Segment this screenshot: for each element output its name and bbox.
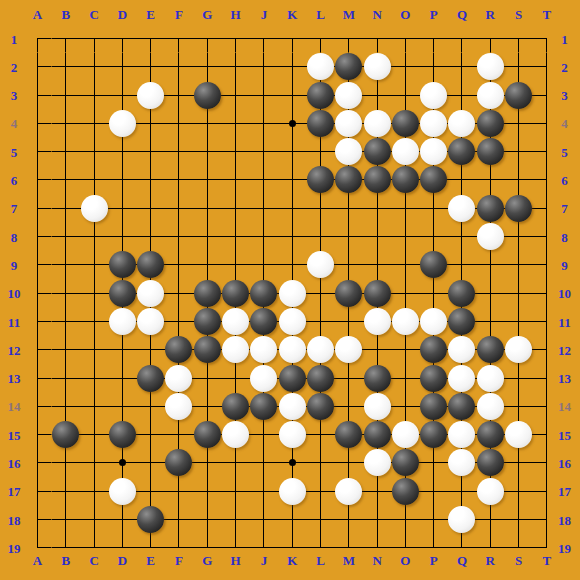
intersection-F7[interactable] (165, 194, 193, 222)
intersection-C15[interactable] (80, 421, 108, 449)
intersection-M15[interactable] (335, 421, 363, 449)
intersection-N10[interactable] (363, 279, 391, 307)
intersection-L11[interactable] (306, 307, 334, 335)
intersection-O18[interactable] (391, 505, 419, 533)
intersection-C7[interactable] (80, 194, 108, 222)
intersection-J14[interactable] (250, 392, 278, 420)
intersection-S5[interactable] (504, 138, 532, 166)
intersection-T5[interactable] (533, 138, 561, 166)
intersection-T14[interactable] (533, 392, 561, 420)
intersection-H5[interactable] (221, 138, 249, 166)
intersection-B16[interactable] (52, 449, 80, 477)
intersection-E4[interactable] (137, 109, 165, 137)
intersection-N1[interactable] (363, 24, 391, 52)
intersection-L9[interactable] (306, 251, 334, 279)
intersection-P18[interactable] (420, 505, 448, 533)
intersection-Q9[interactable] (448, 251, 476, 279)
intersection-O5[interactable] (391, 138, 419, 166)
intersection-A6[interactable] (23, 166, 51, 194)
intersection-D9[interactable] (108, 251, 136, 279)
intersection-O8[interactable] (391, 222, 419, 250)
intersection-G13[interactable] (193, 364, 221, 392)
intersection-D15[interactable] (108, 421, 136, 449)
intersection-A1[interactable] (23, 24, 51, 52)
intersection-H16[interactable] (221, 449, 249, 477)
intersection-K6[interactable] (278, 166, 306, 194)
intersection-K7[interactable] (278, 194, 306, 222)
intersection-D8[interactable] (108, 222, 136, 250)
intersection-S18[interactable] (504, 505, 532, 533)
intersection-L8[interactable] (306, 222, 334, 250)
intersection-K18[interactable] (278, 505, 306, 533)
intersection-Q10[interactable] (448, 279, 476, 307)
intersection-Q6[interactable] (448, 166, 476, 194)
intersection-L16[interactable] (306, 449, 334, 477)
intersection-A5[interactable] (23, 138, 51, 166)
intersection-S6[interactable] (504, 166, 532, 194)
intersection-T13[interactable] (533, 364, 561, 392)
intersection-T16[interactable] (533, 449, 561, 477)
intersection-P3[interactable] (420, 81, 448, 109)
intersection-A7[interactable] (23, 194, 51, 222)
intersection-P7[interactable] (420, 194, 448, 222)
intersection-F3[interactable] (165, 81, 193, 109)
intersection-T2[interactable] (533, 53, 561, 81)
intersection-M6[interactable] (335, 166, 363, 194)
intersection-F4[interactable] (165, 109, 193, 137)
intersection-D3[interactable] (108, 81, 136, 109)
intersection-B12[interactable] (52, 336, 80, 364)
intersection-K8[interactable] (278, 222, 306, 250)
intersection-S13[interactable] (504, 364, 532, 392)
intersection-T11[interactable] (533, 307, 561, 335)
intersection-L5[interactable] (306, 138, 334, 166)
intersection-E13[interactable] (137, 364, 165, 392)
intersection-L2[interactable] (306, 53, 334, 81)
intersection-T18[interactable] (533, 505, 561, 533)
intersection-D16[interactable] (108, 449, 136, 477)
intersection-C4[interactable] (80, 109, 108, 137)
intersection-Q3[interactable] (448, 81, 476, 109)
intersection-O7[interactable] (391, 194, 419, 222)
intersection-H9[interactable] (221, 251, 249, 279)
intersection-P15[interactable] (420, 421, 448, 449)
intersection-A11[interactable] (23, 307, 51, 335)
intersection-S17[interactable] (504, 477, 532, 505)
intersection-K10[interactable] (278, 279, 306, 307)
intersection-O17[interactable] (391, 477, 419, 505)
intersection-G1[interactable] (193, 24, 221, 52)
intersection-Q2[interactable] (448, 53, 476, 81)
intersection-N14[interactable] (363, 392, 391, 420)
intersection-S11[interactable] (504, 307, 532, 335)
intersection-C2[interactable] (80, 53, 108, 81)
intersection-J5[interactable] (250, 138, 278, 166)
intersection-O15[interactable] (391, 421, 419, 449)
intersection-R12[interactable] (476, 336, 504, 364)
intersection-O9[interactable] (391, 251, 419, 279)
intersection-B3[interactable] (52, 81, 80, 109)
intersection-B5[interactable] (52, 138, 80, 166)
intersection-K15[interactable] (278, 421, 306, 449)
intersection-P5[interactable] (420, 138, 448, 166)
intersection-F18[interactable] (165, 505, 193, 533)
intersection-D13[interactable] (108, 364, 136, 392)
intersection-O13[interactable] (391, 364, 419, 392)
intersection-J11[interactable] (250, 307, 278, 335)
intersection-A16[interactable] (23, 449, 51, 477)
intersection-F8[interactable] (165, 222, 193, 250)
intersection-E3[interactable] (137, 81, 165, 109)
intersection-F10[interactable] (165, 279, 193, 307)
intersection-K4[interactable] (278, 109, 306, 137)
intersection-R11[interactable] (476, 307, 504, 335)
intersection-R7[interactable] (476, 194, 504, 222)
intersection-A3[interactable] (23, 81, 51, 109)
intersection-A4[interactable] (23, 109, 51, 137)
intersection-S8[interactable] (504, 222, 532, 250)
intersection-P14[interactable] (420, 392, 448, 420)
intersection-B11[interactable] (52, 307, 80, 335)
intersection-F14[interactable] (165, 392, 193, 420)
intersection-L14[interactable] (306, 392, 334, 420)
intersection-R18[interactable] (476, 505, 504, 533)
intersection-K1[interactable] (278, 24, 306, 52)
intersection-E11[interactable] (137, 307, 165, 335)
intersection-H4[interactable] (221, 109, 249, 137)
intersection-B8[interactable] (52, 222, 80, 250)
intersection-M9[interactable] (335, 251, 363, 279)
intersection-Q11[interactable] (448, 307, 476, 335)
intersection-L3[interactable] (306, 81, 334, 109)
intersection-R8[interactable] (476, 222, 504, 250)
intersection-K13[interactable] (278, 364, 306, 392)
intersection-M12[interactable] (335, 336, 363, 364)
intersection-S4[interactable] (504, 109, 532, 137)
intersection-D6[interactable] (108, 166, 136, 194)
intersection-A9[interactable] (23, 251, 51, 279)
intersection-C13[interactable] (80, 364, 108, 392)
intersection-L15[interactable] (306, 421, 334, 449)
intersection-M16[interactable] (335, 449, 363, 477)
intersection-B15[interactable] (52, 421, 80, 449)
intersection-N11[interactable] (363, 307, 391, 335)
intersection-L17[interactable] (306, 477, 334, 505)
intersection-D11[interactable] (108, 307, 136, 335)
intersection-L18[interactable] (306, 505, 334, 533)
intersection-J1[interactable] (250, 24, 278, 52)
intersection-H17[interactable] (221, 477, 249, 505)
intersection-C1[interactable] (80, 24, 108, 52)
intersection-N16[interactable] (363, 449, 391, 477)
intersection-Q13[interactable] (448, 364, 476, 392)
intersection-T8[interactable] (533, 222, 561, 250)
intersection-R16[interactable] (476, 449, 504, 477)
intersection-B13[interactable] (52, 364, 80, 392)
intersection-M11[interactable] (335, 307, 363, 335)
intersection-M13[interactable] (335, 364, 363, 392)
intersection-O16[interactable] (391, 449, 419, 477)
intersection-P13[interactable] (420, 364, 448, 392)
intersection-O11[interactable] (391, 307, 419, 335)
intersection-B17[interactable] (52, 477, 80, 505)
intersection-C18[interactable] (80, 505, 108, 533)
intersection-E6[interactable] (137, 166, 165, 194)
intersection-K14[interactable] (278, 392, 306, 420)
intersection-D4[interactable] (108, 109, 136, 137)
intersection-E17[interactable] (137, 477, 165, 505)
intersection-H18[interactable] (221, 505, 249, 533)
intersection-G8[interactable] (193, 222, 221, 250)
intersection-O12[interactable] (391, 336, 419, 364)
intersection-O4[interactable] (391, 109, 419, 137)
intersection-G10[interactable] (193, 279, 221, 307)
intersection-S16[interactable] (504, 449, 532, 477)
intersection-R5[interactable] (476, 138, 504, 166)
intersection-L13[interactable] (306, 364, 334, 392)
intersection-Q17[interactable] (448, 477, 476, 505)
intersection-C14[interactable] (80, 392, 108, 420)
intersection-E1[interactable] (137, 24, 165, 52)
intersection-P8[interactable] (420, 222, 448, 250)
intersection-B6[interactable] (52, 166, 80, 194)
intersection-A10[interactable] (23, 279, 51, 307)
intersection-G5[interactable] (193, 138, 221, 166)
intersection-L10[interactable] (306, 279, 334, 307)
intersection-F16[interactable] (165, 449, 193, 477)
intersection-A8[interactable] (23, 222, 51, 250)
intersection-D17[interactable] (108, 477, 136, 505)
intersection-K12[interactable] (278, 336, 306, 364)
intersection-C6[interactable] (80, 166, 108, 194)
intersection-H6[interactable] (221, 166, 249, 194)
intersection-C10[interactable] (80, 279, 108, 307)
intersection-H2[interactable] (221, 53, 249, 81)
intersection-B18[interactable] (52, 505, 80, 533)
intersection-K9[interactable] (278, 251, 306, 279)
intersection-G16[interactable] (193, 449, 221, 477)
intersection-C17[interactable] (80, 477, 108, 505)
intersection-B2[interactable] (52, 53, 80, 81)
intersection-N7[interactable] (363, 194, 391, 222)
intersection-J6[interactable] (250, 166, 278, 194)
intersection-H12[interactable] (221, 336, 249, 364)
intersection-E8[interactable] (137, 222, 165, 250)
intersection-K17[interactable] (278, 477, 306, 505)
intersection-J7[interactable] (250, 194, 278, 222)
intersection-H11[interactable] (221, 307, 249, 335)
intersection-K2[interactable] (278, 53, 306, 81)
intersection-M2[interactable] (335, 53, 363, 81)
intersection-C9[interactable] (80, 251, 108, 279)
intersection-F13[interactable] (165, 364, 193, 392)
intersection-N3[interactable] (363, 81, 391, 109)
intersection-E10[interactable] (137, 279, 165, 307)
intersection-R4[interactable] (476, 109, 504, 137)
intersection-L6[interactable] (306, 166, 334, 194)
intersection-R13[interactable] (476, 364, 504, 392)
intersection-K16[interactable] (278, 449, 306, 477)
intersection-H8[interactable] (221, 222, 249, 250)
intersection-J18[interactable] (250, 505, 278, 533)
intersection-H3[interactable] (221, 81, 249, 109)
intersection-G7[interactable] (193, 194, 221, 222)
intersection-D2[interactable] (108, 53, 136, 81)
intersection-R17[interactable] (476, 477, 504, 505)
intersection-Q4[interactable] (448, 109, 476, 137)
intersection-O10[interactable] (391, 279, 419, 307)
intersection-R9[interactable] (476, 251, 504, 279)
intersection-S14[interactable] (504, 392, 532, 420)
intersection-T10[interactable] (533, 279, 561, 307)
intersection-G18[interactable] (193, 505, 221, 533)
intersection-G6[interactable] (193, 166, 221, 194)
intersection-J4[interactable] (250, 109, 278, 137)
intersection-L1[interactable] (306, 24, 334, 52)
intersection-B7[interactable] (52, 194, 80, 222)
intersection-J12[interactable] (250, 336, 278, 364)
intersection-D7[interactable] (108, 194, 136, 222)
intersection-M14[interactable] (335, 392, 363, 420)
intersection-Q7[interactable] (448, 194, 476, 222)
intersection-C16[interactable] (80, 449, 108, 477)
intersection-J13[interactable] (250, 364, 278, 392)
intersection-P10[interactable] (420, 279, 448, 307)
intersection-P11[interactable] (420, 307, 448, 335)
intersection-M3[interactable] (335, 81, 363, 109)
intersection-M4[interactable] (335, 109, 363, 137)
intersection-Q5[interactable] (448, 138, 476, 166)
intersection-F9[interactable] (165, 251, 193, 279)
intersection-B10[interactable] (52, 279, 80, 307)
intersection-E7[interactable] (137, 194, 165, 222)
intersection-Q16[interactable] (448, 449, 476, 477)
intersection-P1[interactable] (420, 24, 448, 52)
intersection-N12[interactable] (363, 336, 391, 364)
intersection-A15[interactable] (23, 421, 51, 449)
intersection-E15[interactable] (137, 421, 165, 449)
intersection-S10[interactable] (504, 279, 532, 307)
intersection-O3[interactable] (391, 81, 419, 109)
intersection-N13[interactable] (363, 364, 391, 392)
intersection-F5[interactable] (165, 138, 193, 166)
intersection-E12[interactable] (137, 336, 165, 364)
intersection-R3[interactable] (476, 81, 504, 109)
intersection-J15[interactable] (250, 421, 278, 449)
intersection-F15[interactable] (165, 421, 193, 449)
intersection-B9[interactable] (52, 251, 80, 279)
intersection-D14[interactable] (108, 392, 136, 420)
intersection-T12[interactable] (533, 336, 561, 364)
intersection-P4[interactable] (420, 109, 448, 137)
intersection-C3[interactable] (80, 81, 108, 109)
intersection-E9[interactable] (137, 251, 165, 279)
intersection-N9[interactable] (363, 251, 391, 279)
intersection-H1[interactable] (221, 24, 249, 52)
intersection-P2[interactable] (420, 53, 448, 81)
intersection-A14[interactable] (23, 392, 51, 420)
intersection-M10[interactable] (335, 279, 363, 307)
intersection-G2[interactable] (193, 53, 221, 81)
intersection-F6[interactable] (165, 166, 193, 194)
intersection-G11[interactable] (193, 307, 221, 335)
intersection-L4[interactable] (306, 109, 334, 137)
intersection-T1[interactable] (533, 24, 561, 52)
intersection-D10[interactable] (108, 279, 136, 307)
intersection-E5[interactable] (137, 138, 165, 166)
intersection-J3[interactable] (250, 81, 278, 109)
intersection-D18[interactable] (108, 505, 136, 533)
intersection-Q8[interactable] (448, 222, 476, 250)
intersection-M5[interactable] (335, 138, 363, 166)
intersection-S9[interactable] (504, 251, 532, 279)
intersection-B14[interactable] (52, 392, 80, 420)
intersection-R2[interactable] (476, 53, 504, 81)
intersection-J8[interactable] (250, 222, 278, 250)
intersection-D12[interactable] (108, 336, 136, 364)
intersection-S7[interactable] (504, 194, 532, 222)
intersection-N6[interactable] (363, 166, 391, 194)
intersection-J2[interactable] (250, 53, 278, 81)
intersection-N2[interactable] (363, 53, 391, 81)
intersection-M18[interactable] (335, 505, 363, 533)
intersection-G14[interactable] (193, 392, 221, 420)
intersection-A13[interactable] (23, 364, 51, 392)
intersection-S15[interactable] (504, 421, 532, 449)
intersection-G9[interactable] (193, 251, 221, 279)
intersection-F2[interactable] (165, 53, 193, 81)
intersection-P6[interactable] (420, 166, 448, 194)
intersection-G15[interactable] (193, 421, 221, 449)
intersection-S1[interactable] (504, 24, 532, 52)
intersection-C12[interactable] (80, 336, 108, 364)
intersection-J10[interactable] (250, 279, 278, 307)
intersection-F17[interactable] (165, 477, 193, 505)
intersection-Q12[interactable] (448, 336, 476, 364)
intersection-T4[interactable] (533, 109, 561, 137)
intersection-H15[interactable] (221, 421, 249, 449)
intersection-L7[interactable] (306, 194, 334, 222)
intersection-E16[interactable] (137, 449, 165, 477)
intersection-A17[interactable] (23, 477, 51, 505)
intersection-A18[interactable] (23, 505, 51, 533)
intersection-C5[interactable] (80, 138, 108, 166)
intersection-R6[interactable] (476, 166, 504, 194)
intersection-T6[interactable] (533, 166, 561, 194)
intersection-F1[interactable] (165, 24, 193, 52)
intersection-E14[interactable] (137, 392, 165, 420)
intersection-Q18[interactable] (448, 505, 476, 533)
intersection-P16[interactable] (420, 449, 448, 477)
intersection-P17[interactable] (420, 477, 448, 505)
intersection-C8[interactable] (80, 222, 108, 250)
intersection-H13[interactable] (221, 364, 249, 392)
intersection-S12[interactable] (504, 336, 532, 364)
intersection-H10[interactable] (221, 279, 249, 307)
intersection-N18[interactable] (363, 505, 391, 533)
intersection-T15[interactable] (533, 421, 561, 449)
intersection-Q15[interactable] (448, 421, 476, 449)
intersection-T17[interactable] (533, 477, 561, 505)
intersection-D1[interactable] (108, 24, 136, 52)
intersection-O14[interactable] (391, 392, 419, 420)
intersection-R10[interactable] (476, 279, 504, 307)
intersection-J16[interactable] (250, 449, 278, 477)
intersection-D5[interactable] (108, 138, 136, 166)
intersection-G17[interactable] (193, 477, 221, 505)
intersection-P12[interactable] (420, 336, 448, 364)
intersection-Q1[interactable] (448, 24, 476, 52)
